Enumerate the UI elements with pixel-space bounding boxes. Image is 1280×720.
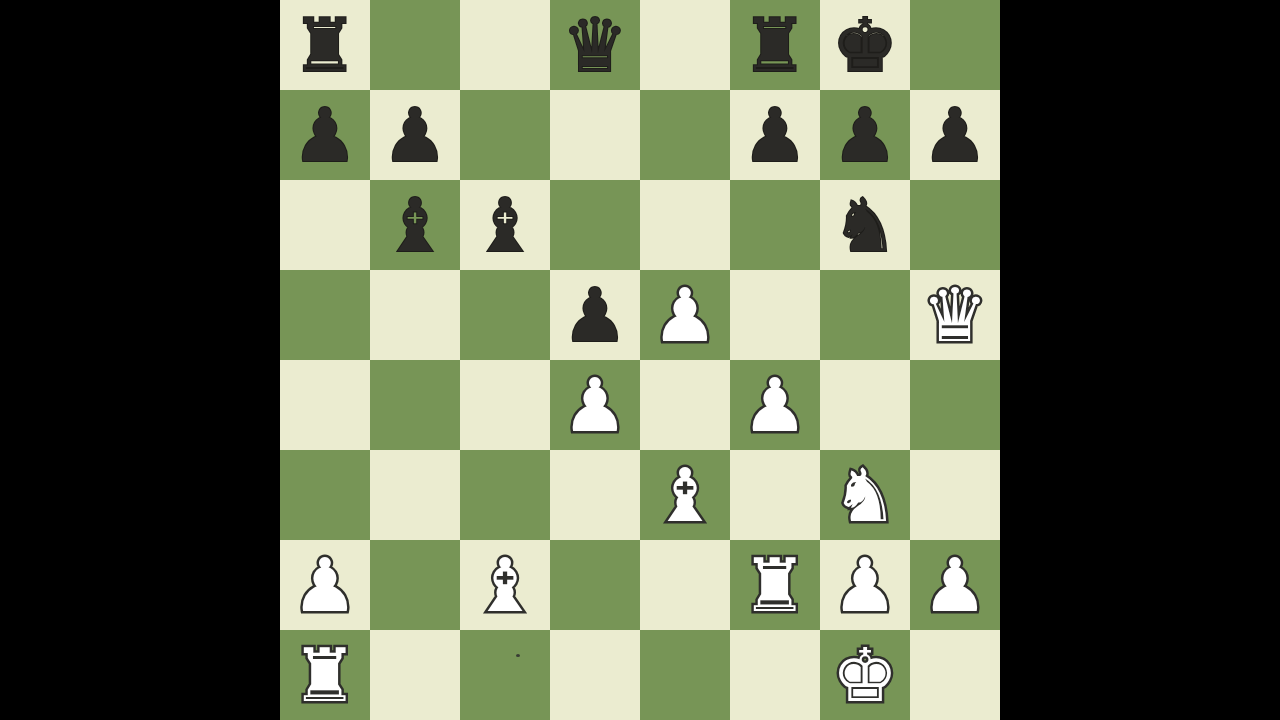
square-f1[interactable] [730, 630, 820, 720]
square-b3[interactable] [370, 450, 460, 540]
square-f4[interactable]: ♟ [730, 360, 820, 450]
piece-black-pawn[interactable]: ♟ [382, 98, 448, 172]
square-g8[interactable]: ♚ [820, 0, 910, 90]
letterbox-left [0, 0, 280, 720]
piece-black-knight[interactable]: ♞ [832, 188, 898, 262]
piece-white-pawn[interactable]: ♟ [922, 548, 988, 622]
piece-white-bishop[interactable]: ♝ [472, 548, 538, 622]
piece-white-pawn[interactable]: ♟ [652, 278, 718, 352]
letterbox-right [1000, 0, 1280, 720]
square-c5[interactable] [460, 270, 550, 360]
square-e8[interactable] [640, 0, 730, 90]
square-a2[interactable]: ♟ [280, 540, 370, 630]
square-d7[interactable] [550, 90, 640, 180]
square-b5[interactable] [370, 270, 460, 360]
square-d3[interactable] [550, 450, 640, 540]
piece-white-pawn[interactable]: ♟ [292, 548, 358, 622]
piece-black-rook[interactable]: ♜ [742, 8, 808, 82]
square-g1[interactable]: ♚ [820, 630, 910, 720]
piece-black-bishop[interactable]: ♝ [382, 188, 448, 262]
square-b2[interactable] [370, 540, 460, 630]
square-h2[interactable]: ♟ [910, 540, 1000, 630]
square-d1[interactable] [550, 630, 640, 720]
square-e6[interactable] [640, 180, 730, 270]
square-b8[interactable] [370, 0, 460, 90]
square-a7[interactable]: ♟ [280, 90, 370, 180]
square-a6[interactable] [280, 180, 370, 270]
square-b4[interactable] [370, 360, 460, 450]
square-f2[interactable]: ♜ [730, 540, 820, 630]
square-c8[interactable] [460, 0, 550, 90]
piece-black-queen[interactable]: ♛ [562, 8, 628, 82]
square-f3[interactable] [730, 450, 820, 540]
square-d4[interactable]: ♟ [550, 360, 640, 450]
square-g6[interactable]: ♞ [820, 180, 910, 270]
piece-white-knight[interactable]: ♞ [832, 458, 898, 532]
square-d5[interactable]: ♟ [550, 270, 640, 360]
square-b1[interactable] [370, 630, 460, 720]
square-c7[interactable] [460, 90, 550, 180]
square-b7[interactable]: ♟ [370, 90, 460, 180]
square-f8[interactable]: ♜ [730, 0, 820, 90]
square-c3[interactable] [460, 450, 550, 540]
square-d6[interactable] [550, 180, 640, 270]
piece-black-pawn[interactable]: ♟ [292, 98, 358, 172]
square-g5[interactable] [820, 270, 910, 360]
piece-black-pawn[interactable]: ♟ [832, 98, 898, 172]
square-h6[interactable] [910, 180, 1000, 270]
chess-board: ♜♛♜♚♟♟♟♟♟♝♝♞♟♟♛♟♟♝♞♟♝♜♟♟♜♚ [280, 0, 1000, 720]
square-e2[interactable] [640, 540, 730, 630]
piece-white-rook[interactable]: ♜ [742, 548, 808, 622]
piece-white-pawn[interactable]: ♟ [562, 368, 628, 442]
piece-black-king[interactable]: ♚ [832, 8, 898, 82]
square-e5[interactable]: ♟ [640, 270, 730, 360]
square-g7[interactable]: ♟ [820, 90, 910, 180]
piece-white-king[interactable]: ♚ [832, 638, 898, 712]
square-c2[interactable]: ♝ [460, 540, 550, 630]
piece-black-pawn[interactable]: ♟ [742, 98, 808, 172]
square-b6[interactable]: ♝ [370, 180, 460, 270]
piece-white-queen[interactable]: ♛ [922, 278, 988, 352]
piece-black-pawn[interactable]: ♟ [562, 278, 628, 352]
piece-white-rook[interactable]: ♜ [292, 638, 358, 712]
piece-black-rook[interactable]: ♜ [292, 8, 358, 82]
square-e3[interactable]: ♝ [640, 450, 730, 540]
square-e7[interactable] [640, 90, 730, 180]
square-h7[interactable]: ♟ [910, 90, 1000, 180]
square-c6[interactable]: ♝ [460, 180, 550, 270]
cursor-dot-artifact [516, 654, 520, 657]
square-g4[interactable] [820, 360, 910, 450]
square-g3[interactable]: ♞ [820, 450, 910, 540]
square-c4[interactable] [460, 360, 550, 450]
square-h5[interactable]: ♛ [910, 270, 1000, 360]
piece-black-pawn[interactable]: ♟ [922, 98, 988, 172]
square-a1[interactable]: ♜ [280, 630, 370, 720]
square-a4[interactable] [280, 360, 370, 450]
square-a5[interactable] [280, 270, 370, 360]
square-f7[interactable]: ♟ [730, 90, 820, 180]
square-a3[interactable] [280, 450, 370, 540]
square-f5[interactable] [730, 270, 820, 360]
square-a8[interactable]: ♜ [280, 0, 370, 90]
square-g2[interactable]: ♟ [820, 540, 910, 630]
square-h3[interactable] [910, 450, 1000, 540]
piece-white-pawn[interactable]: ♟ [832, 548, 898, 622]
square-h8[interactable] [910, 0, 1000, 90]
square-d8[interactable]: ♛ [550, 0, 640, 90]
square-h1[interactable] [910, 630, 1000, 720]
square-c1[interactable] [460, 630, 550, 720]
square-e1[interactable] [640, 630, 730, 720]
square-f6[interactable] [730, 180, 820, 270]
piece-white-pawn[interactable]: ♟ [742, 368, 808, 442]
piece-black-bishop[interactable]: ♝ [472, 188, 538, 262]
piece-white-bishop[interactable]: ♝ [652, 458, 718, 532]
square-h4[interactable] [910, 360, 1000, 450]
square-d2[interactable] [550, 540, 640, 630]
square-e4[interactable] [640, 360, 730, 450]
